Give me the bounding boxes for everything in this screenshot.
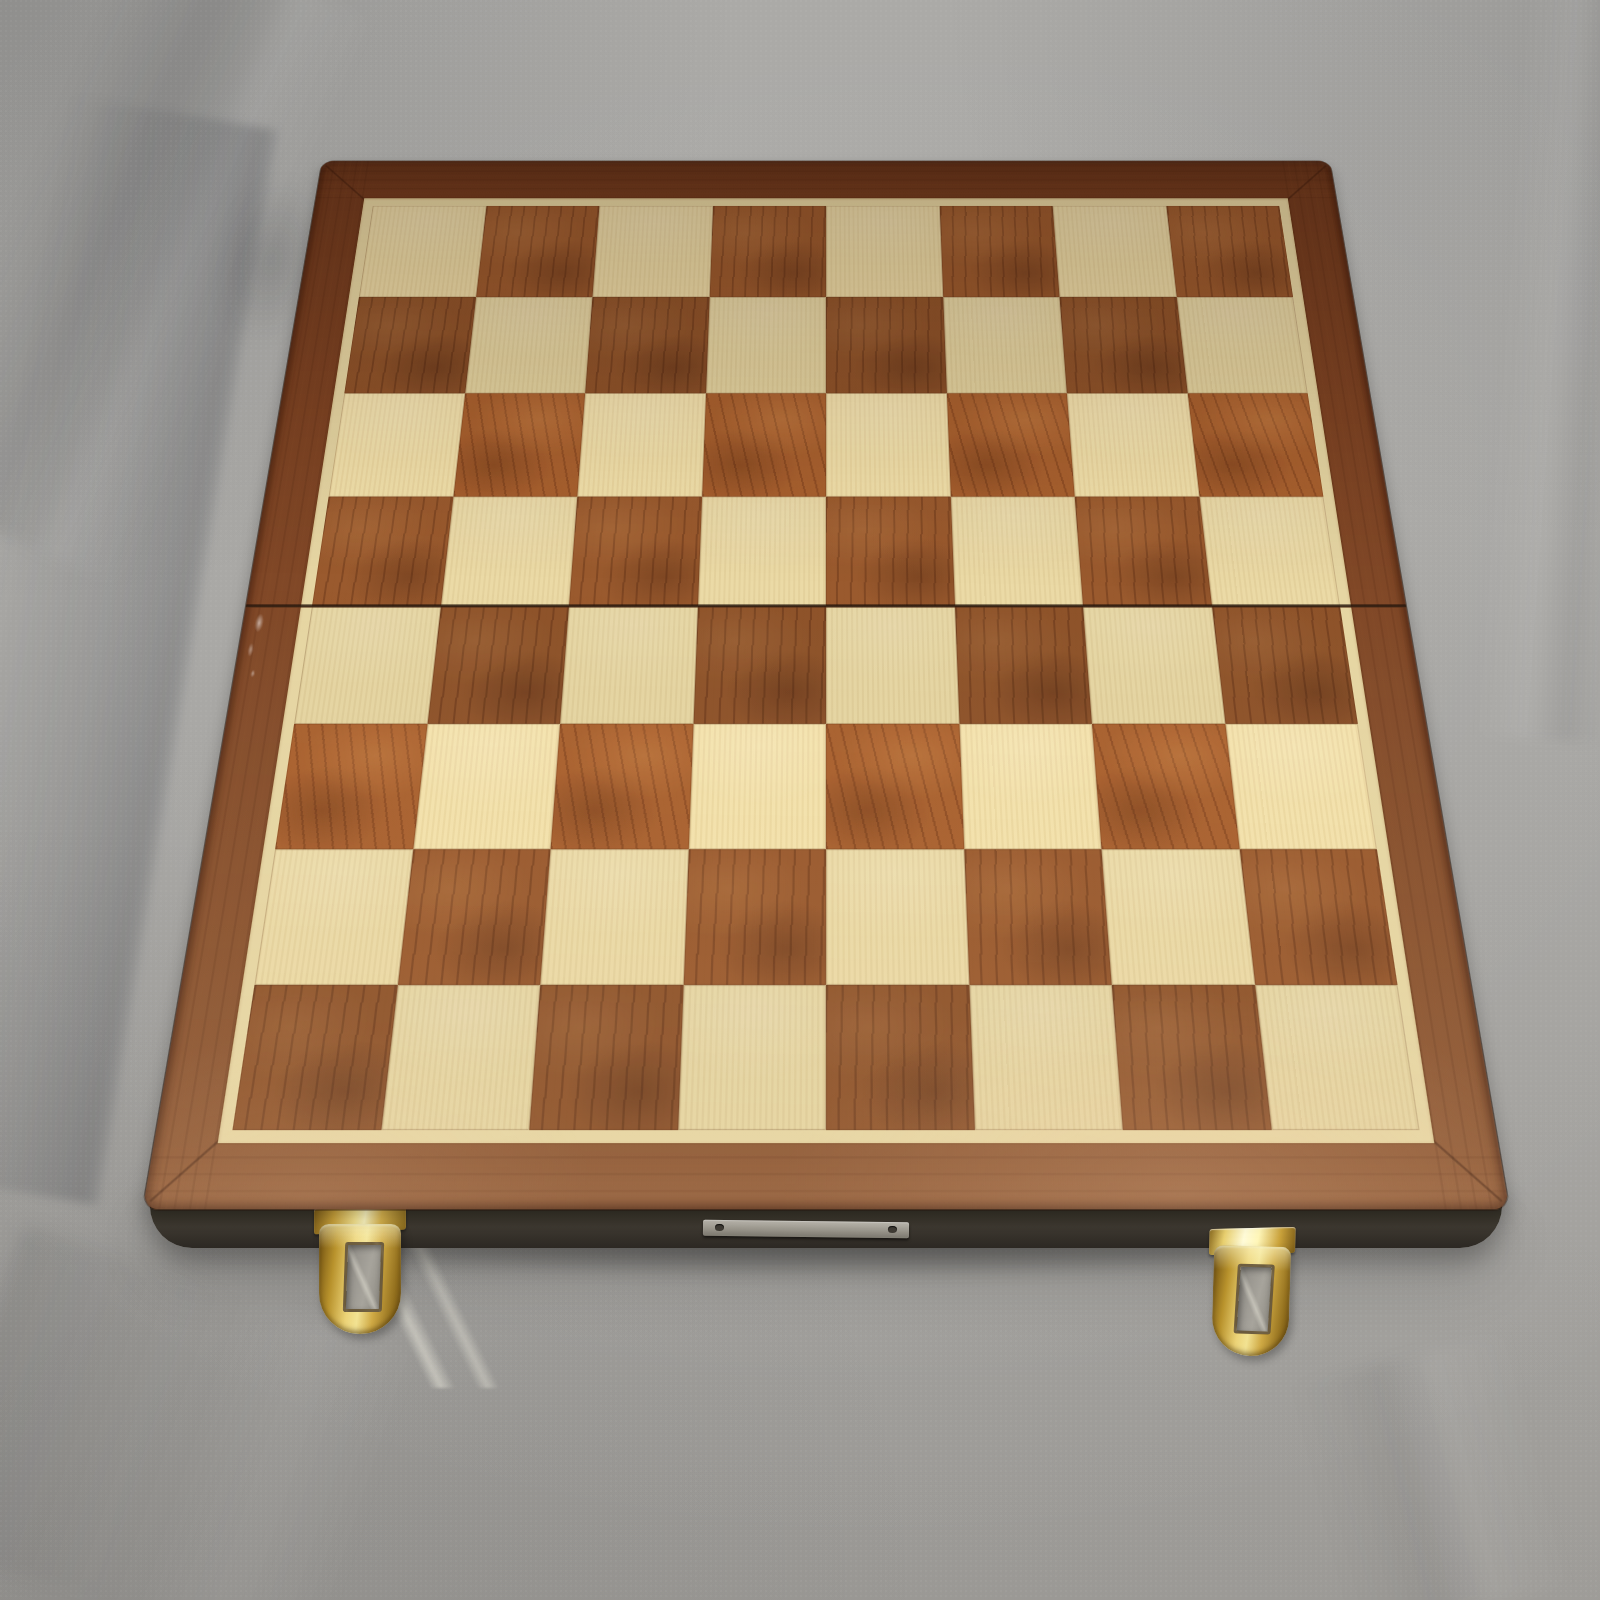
- clasp-loop: [319, 1224, 401, 1334]
- square-e1: [826, 984, 974, 1130]
- square-d8: [709, 206, 826, 297]
- square-b4: [427, 606, 569, 723]
- square-h4: [1212, 606, 1358, 723]
- square-d7: [706, 297, 826, 394]
- square-f1: [969, 984, 1123, 1130]
- square-f4: [955, 606, 1092, 723]
- square-g6: [1067, 393, 1199, 496]
- square-g1: [1112, 984, 1271, 1130]
- square-c8: [592, 206, 712, 297]
- square-e7: [826, 297, 946, 394]
- square-d1: [678, 984, 826, 1130]
- photo-scene: [0, 0, 1600, 1600]
- square-a6: [329, 393, 465, 496]
- square-d4: [693, 606, 826, 723]
- square-f5: [950, 496, 1083, 606]
- square-g5: [1075, 496, 1212, 606]
- square-b8: [476, 206, 600, 297]
- square-e8: [826, 206, 943, 297]
- frame-grain-top: [316, 161, 1336, 198]
- square-h8: [1166, 206, 1293, 297]
- square-c5: [569, 496, 702, 606]
- square-f7: [943, 297, 1067, 394]
- square-a5: [312, 496, 453, 606]
- square-b3: [413, 723, 560, 849]
- square-f2: [964, 849, 1112, 984]
- clasp-hole: [1234, 1263, 1275, 1334]
- square-b2: [397, 849, 550, 984]
- square-a1: [232, 984, 397, 1130]
- square-b6: [453, 393, 585, 496]
- square-h2: [1239, 849, 1397, 984]
- square-a2: [255, 849, 413, 984]
- square-e6: [826, 393, 950, 496]
- square-c4: [560, 606, 697, 723]
- chessboard: [143, 161, 1510, 1209]
- square-g4: [1083, 606, 1225, 723]
- square-g7: [1060, 297, 1188, 394]
- clasp-hole: [342, 1242, 383, 1312]
- square-b1: [381, 984, 540, 1130]
- square-c7: [585, 297, 709, 394]
- square-h7: [1176, 297, 1307, 394]
- square-b5: [441, 496, 578, 606]
- playing-area: [232, 206, 1419, 1130]
- square-c2: [540, 849, 688, 984]
- square-g8: [1053, 206, 1177, 297]
- square-d6: [702, 393, 826, 496]
- square-h1: [1255, 984, 1420, 1130]
- square-f3: [959, 723, 1102, 849]
- square-a7: [344, 297, 475, 394]
- clasp-loop: [1211, 1245, 1291, 1357]
- fabric-wrinkle-right: [1474, 0, 1600, 744]
- square-g3: [1092, 723, 1239, 849]
- square-e4: [826, 606, 959, 723]
- border-strip: [218, 198, 1435, 1143]
- square-a8: [359, 206, 486, 297]
- brass-clasp-right: [1204, 1221, 1300, 1356]
- square-g2: [1101, 849, 1254, 984]
- square-c6: [577, 393, 705, 496]
- square-d2: [683, 849, 826, 984]
- brass-clasp-left: [312, 1200, 410, 1336]
- square-e3: [826, 723, 964, 849]
- latch-plate: [703, 1220, 909, 1239]
- square-d3: [688, 723, 826, 849]
- square-b7: [465, 297, 593, 394]
- square-a4: [294, 606, 440, 723]
- square-f6: [946, 393, 1074, 496]
- square-e5: [826, 496, 955, 606]
- frame-grain-bottom: [143, 1143, 1510, 1209]
- square-a3: [275, 723, 427, 849]
- square-h5: [1199, 496, 1340, 606]
- board-frame: [143, 161, 1510, 1209]
- square-d5: [698, 496, 827, 606]
- square-c3: [551, 723, 694, 849]
- fold-seam: [246, 604, 1407, 608]
- square-c1: [529, 984, 683, 1130]
- square-h6: [1187, 393, 1323, 496]
- square-h3: [1225, 723, 1377, 849]
- square-f8: [939, 206, 1059, 297]
- square-e2: [826, 849, 969, 984]
